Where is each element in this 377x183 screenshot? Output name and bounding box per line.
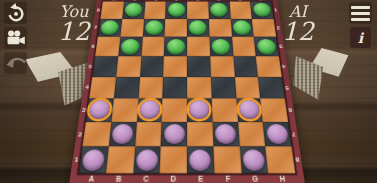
square-e2[interactable]	[187, 122, 213, 147]
square-h3[interactable]	[260, 98, 288, 121]
info-button[interactable]: i	[350, 27, 371, 48]
ai-piece-b8[interactable]	[124, 3, 142, 17]
player-piece-f2[interactable]	[215, 124, 237, 144]
square-d5[interactable]	[163, 56, 187, 77]
left-toolbar	[4, 2, 27, 74]
square-a1[interactable]	[79, 147, 109, 174]
file-label: G	[241, 173, 269, 183]
square-a5[interactable]	[92, 56, 118, 77]
square-b3[interactable]	[111, 98, 138, 121]
square-e5[interactable]	[187, 56, 211, 77]
player-piece-c3[interactable]	[139, 101, 160, 120]
square-e3[interactable]	[187, 98, 212, 121]
square-f6[interactable]	[209, 37, 233, 56]
square-a4[interactable]	[89, 77, 116, 99]
video-camera-icon	[4, 29, 27, 47]
square-b6[interactable]	[118, 37, 142, 56]
square-b7[interactable]	[120, 19, 144, 37]
square-g2[interactable]	[238, 122, 266, 147]
square-g3[interactable]	[236, 98, 263, 121]
file-label: A	[77, 173, 106, 183]
square-b8[interactable]	[122, 1, 145, 18]
square-g6[interactable]	[232, 37, 256, 56]
game-screen: HGFEDCBA ABCDEFGH 87654321 12345678	[0, 0, 377, 183]
square-f3[interactable]	[211, 98, 237, 121]
square-d6[interactable]	[164, 37, 187, 56]
file-labels-bottom: ABCDEFGH	[77, 173, 297, 183]
player-piece-g1[interactable]	[242, 149, 265, 170]
player-piece-a3[interactable]	[89, 101, 111, 120]
square-b2[interactable]	[109, 122, 137, 147]
ai-piece-d8[interactable]	[168, 3, 185, 17]
square-c8[interactable]	[144, 1, 166, 18]
ai-piece-d6[interactable]	[166, 39, 184, 54]
square-c6[interactable]	[141, 37, 165, 56]
player-piece-count: 12	[42, 20, 106, 43]
undo-arrow-icon	[5, 56, 27, 70]
square-g7[interactable]	[230, 19, 254, 37]
ai-piece-c7[interactable]	[145, 20, 163, 35]
file-label: H	[268, 173, 297, 183]
restart-icon	[6, 3, 26, 23]
square-f4[interactable]	[211, 77, 236, 99]
square-c2[interactable]	[135, 122, 162, 147]
undo-button[interactable]	[4, 52, 27, 74]
square-h5[interactable]	[256, 56, 282, 77]
ai-piece-b6[interactable]	[121, 39, 140, 54]
ai-piece-g7[interactable]	[233, 20, 252, 35]
file-label: B	[105, 173, 133, 183]
player-piece-a1[interactable]	[82, 149, 106, 170]
player-piece-h2[interactable]	[266, 124, 289, 144]
square-d1[interactable]	[160, 147, 187, 174]
menu-button[interactable]	[349, 2, 372, 24]
square-c5[interactable]	[140, 56, 164, 77]
file-label: E	[187, 173, 214, 183]
square-b4[interactable]	[114, 77, 140, 99]
square-d3[interactable]	[162, 98, 187, 121]
ai-piece-f8[interactable]	[210, 3, 228, 17]
ai-piece-f6[interactable]	[212, 39, 231, 54]
player-piece-e3[interactable]	[189, 101, 209, 120]
square-f2[interactable]	[212, 122, 239, 147]
square-e6[interactable]	[187, 37, 210, 56]
square-f7[interactable]	[209, 19, 232, 37]
file-label: D	[160, 173, 187, 183]
player-piece-b2[interactable]	[111, 124, 133, 144]
square-d7[interactable]	[165, 19, 187, 37]
square-e7[interactable]	[187, 19, 209, 37]
square-d4[interactable]	[163, 77, 187, 99]
square-g4[interactable]	[234, 77, 260, 99]
player-piece-c1[interactable]	[136, 149, 158, 170]
square-d2[interactable]	[161, 122, 187, 147]
square-e8[interactable]	[187, 1, 209, 18]
square-a3[interactable]	[86, 98, 114, 121]
ai-score-panel: AI 12	[266, 3, 330, 43]
restart-button[interactable]	[4, 2, 27, 24]
square-g1[interactable]	[239, 147, 268, 174]
player-piece-e1[interactable]	[190, 149, 212, 170]
player-piece-d2[interactable]	[164, 124, 185, 144]
square-f5[interactable]	[210, 56, 234, 77]
square-f1[interactable]	[213, 147, 241, 174]
square-c3[interactable]	[136, 98, 162, 121]
square-g8[interactable]	[229, 1, 252, 18]
file-label: F	[214, 173, 242, 183]
square-c7[interactable]	[142, 19, 165, 37]
square-d8[interactable]	[165, 1, 187, 18]
square-a2[interactable]	[82, 122, 111, 147]
ai-piece-count: 12	[266, 20, 330, 43]
square-c1[interactable]	[133, 147, 161, 174]
square-h1[interactable]	[265, 147, 295, 174]
square-c4[interactable]	[138, 77, 163, 99]
square-b1[interactable]	[106, 147, 135, 174]
board-grid	[79, 1, 296, 173]
square-f8[interactable]	[208, 1, 230, 18]
file-label: C	[132, 173, 160, 183]
square-e4[interactable]	[187, 77, 211, 99]
hamburger-menu-icon	[351, 6, 370, 21]
right-toolbar: i	[349, 2, 372, 48]
player-piece-g3[interactable]	[239, 101, 261, 120]
square-h4[interactable]	[258, 77, 285, 99]
square-h2[interactable]	[263, 122, 292, 147]
square-b5[interactable]	[116, 56, 141, 77]
info-icon: i	[358, 30, 363, 46]
ai-piece-e7[interactable]	[189, 20, 207, 35]
square-e1[interactable]	[187, 147, 214, 174]
player-score-panel: You 12	[42, 3, 106, 43]
captured-pieces-tray-right	[292, 44, 350, 102]
square-g5[interactable]	[233, 56, 258, 77]
camera-button[interactable]	[4, 27, 27, 49]
